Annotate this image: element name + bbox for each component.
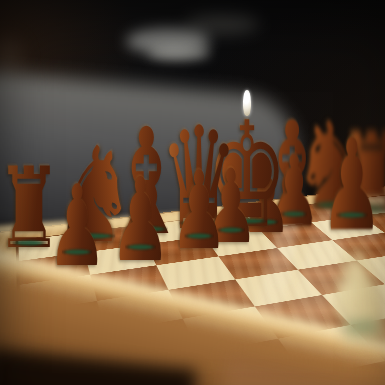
black-pawn-glyph: ♟ bbox=[106, 163, 175, 278]
king-finial bbox=[243, 90, 251, 116]
chess-photo-scene: ♜♞♟♝♟♟♚♛♟♝♟♞♟♜♟♞ bbox=[0, 0, 385, 385]
felt-base bbox=[12, 240, 46, 246]
white-knight-glyph: ♞ bbox=[313, 232, 385, 362]
felt-base bbox=[124, 244, 156, 250]
felt-base bbox=[340, 324, 385, 330]
piece-black-pawn-a7: ♟ bbox=[43, 170, 110, 253]
felt-base bbox=[62, 249, 93, 255]
felt-base bbox=[336, 212, 368, 218]
pieces-layer: ♜♞♟♝♟♟♚♛♟♝♟♞♟♜♟♞ bbox=[0, 0, 385, 385]
felt-base bbox=[184, 233, 214, 239]
piece-black-pawn-c7: ♟ bbox=[167, 157, 232, 237]
black-pawn-glyph: ♟ bbox=[167, 157, 232, 265]
piece-black-pawn-b7: ♟ bbox=[106, 163, 175, 248]
black-pawn-glyph: ♟ bbox=[43, 170, 110, 282]
piece-white-knight-g1: ♞ bbox=[313, 232, 385, 328]
